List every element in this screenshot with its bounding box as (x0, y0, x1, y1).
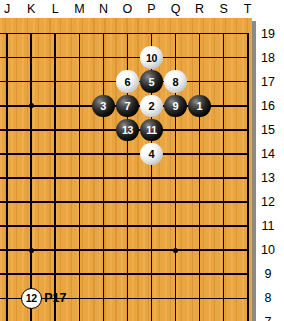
stone-black[interactable]: 13 (116, 119, 138, 141)
row-label-16: 16 (253, 98, 283, 114)
stone-white[interactable]: 6 (116, 70, 138, 92)
grid-line-horizontal-11 (0, 225, 249, 227)
stone-black[interactable]: 9 (164, 95, 186, 117)
stone-white[interactable]: 4 (140, 143, 162, 165)
column-label-T: T (236, 1, 260, 17)
column-label-Q: Q (164, 1, 188, 17)
go-diagram: 12345678910111312P17 JKLMNOPQRST19181716… (0, 0, 284, 321)
star-point-K10 (29, 248, 34, 253)
grid-line-horizontal-18 (0, 57, 249, 59)
stone-black[interactable]: 5 (140, 70, 162, 92)
row-label-13: 13 (253, 170, 283, 186)
column-label-P: P (140, 1, 164, 17)
column-label-M: M (67, 1, 91, 17)
column-label-L: L (43, 1, 67, 17)
row-label-18: 18 (253, 50, 283, 66)
row-label-12: 12 (253, 194, 283, 210)
stone-white[interactable]: 8 (164, 70, 186, 92)
row-label-11: 11 (253, 218, 283, 234)
row-label-15: 15 (253, 122, 283, 138)
column-label-S: S (212, 1, 236, 17)
grid-line-horizontal-10 (0, 249, 249, 251)
stone-black[interactable]: 7 (116, 95, 138, 117)
star-point-Q10 (173, 248, 178, 253)
column-label-K: K (19, 1, 43, 17)
column-label-R: R (188, 1, 212, 17)
row-label-14: 14 (253, 146, 283, 162)
grid-line-horizontal-12 (0, 201, 249, 203)
grid-line-horizontal-14 (0, 153, 249, 155)
column-label-J: J (0, 1, 19, 17)
stone-white[interactable]: 2 (140, 95, 162, 117)
row-label-7: 7 (253, 314, 283, 321)
row-label-8: 8 (253, 290, 283, 306)
grid-line-horizontal-9 (0, 273, 249, 275)
legend-stone-white: 12 (21, 288, 42, 309)
stone-black[interactable]: 3 (92, 95, 114, 117)
grid-line-horizontal-19 (0, 33, 249, 35)
row-label-9: 9 (253, 266, 283, 282)
go-board[interactable]: 12345678910111312P17 (0, 18, 252, 321)
column-label-N: N (91, 1, 115, 17)
grid-line-horizontal-13 (0, 177, 249, 179)
star-point-K16 (29, 103, 34, 108)
column-label-O: O (115, 1, 139, 17)
row-label-19: 19 (253, 26, 283, 42)
stone-white[interactable]: 10 (140, 46, 162, 68)
legend-text: P17 (44, 291, 66, 305)
row-label-10: 10 (253, 242, 283, 258)
row-label-17: 17 (253, 74, 283, 90)
stone-black[interactable]: 1 (188, 95, 210, 117)
stone-black[interactable]: 11 (140, 119, 162, 141)
